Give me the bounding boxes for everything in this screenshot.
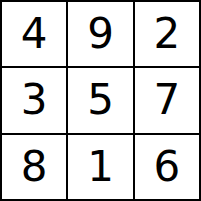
grid-cell-r2c2: 5 xyxy=(68,68,132,132)
magic-square-board: 4 9 2 3 5 7 8 1 6 xyxy=(0,0,201,201)
grid-cell-r3c1: 8 xyxy=(2,135,66,199)
grid-cell-r3c2: 1 xyxy=(68,135,132,199)
grid-cell-r3c3: 6 xyxy=(135,135,199,199)
grid-cell-r1c2: 9 xyxy=(68,2,132,66)
grid-cell-r1c1: 4 xyxy=(2,2,66,66)
grid-cell-r2c1: 3 xyxy=(2,68,66,132)
grid-cell-r2c3: 7 xyxy=(135,68,199,132)
grid-cell-r1c3: 2 xyxy=(135,2,199,66)
